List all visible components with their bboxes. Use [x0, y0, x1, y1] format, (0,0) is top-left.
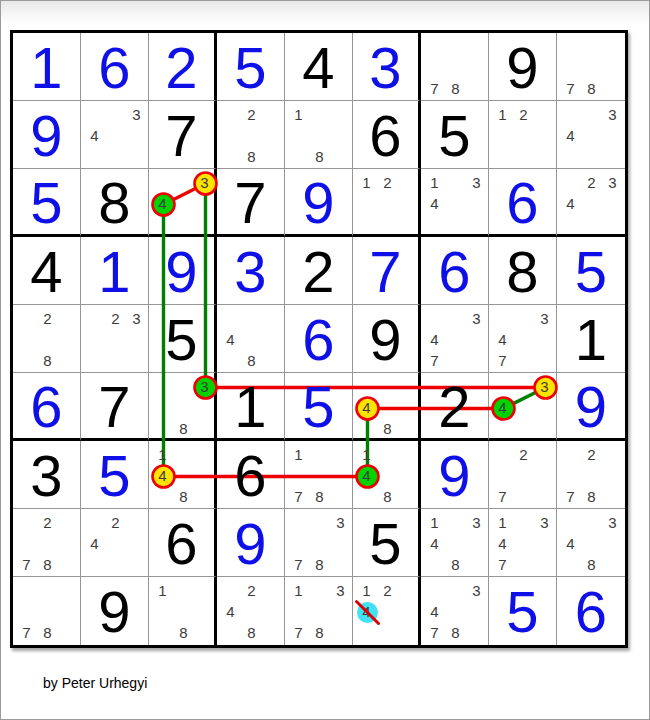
candidates: 18 — [149, 577, 214, 645]
candidate-digit: 4 — [220, 601, 241, 622]
cell-r9c2[interactable]: 9 — [81, 577, 149, 645]
cell-r3c9[interactable]: 234 — [557, 169, 625, 237]
top-gradient-band — [1, 1, 649, 25]
sudoku-diagram-page: 1625437897893472818651234583479121346234… — [0, 0, 650, 720]
candidate-digit: 3 — [126, 104, 147, 125]
cell-r4c9[interactable]: 5 — [557, 237, 625, 305]
big-digit: 2 — [302, 243, 334, 301]
cell-r9c1[interactable]: 78 — [13, 577, 81, 645]
candidate-digit: 4 — [152, 465, 173, 486]
big-digit: 1 — [98, 243, 130, 301]
candidate-digit: 1 — [356, 580, 377, 601]
cell-r4c5[interactable]: 2 — [285, 237, 353, 305]
cell-r1c2[interactable]: 6 — [81, 33, 149, 101]
candidate-digit: 4 — [560, 125, 581, 146]
big-digit: 9 — [234, 515, 266, 573]
big-digit: 8 — [506, 243, 538, 301]
candidate-digit: 1 — [356, 172, 377, 193]
candidate-digit: 8 — [581, 554, 602, 575]
candidate-digit: 4 — [152, 193, 173, 214]
big-digit: 7 — [369, 243, 401, 301]
big-digit: 9 — [165, 243, 197, 301]
candidate-digit: 4 — [84, 533, 105, 554]
candidates: 28 — [217, 101, 284, 168]
candidates: 347 — [489, 305, 556, 372]
candidate-digit: 4 — [356, 465, 377, 486]
candidate-digit: 4 — [560, 533, 581, 554]
cell-r9c8[interactable]: 5 — [489, 577, 557, 645]
candidate-digit: 4 — [356, 397, 377, 418]
candidates: 348 — [557, 509, 625, 576]
cell-r4c7[interactable]: 6 — [421, 237, 489, 305]
candidate-digit: 3 — [194, 172, 215, 193]
cell-r5c2[interactable]: 23 — [81, 305, 149, 373]
candidates: 1378 — [285, 577, 352, 645]
cell-r7c6[interactable]: 148 — [353, 441, 421, 509]
big-digit: 5 — [30, 174, 62, 232]
candidates: 48 — [217, 305, 284, 372]
cell-r6c5[interactable]: 5 — [285, 373, 353, 441]
candidate-digit: 4 — [84, 125, 105, 146]
cell-r6c8[interactable]: 34 — [489, 373, 557, 441]
candidate-digit: 3 — [466, 308, 487, 329]
cell-r1c8[interactable]: 9 — [489, 33, 557, 101]
candidates: 148 — [149, 441, 214, 508]
candidate-digit: 8 — [241, 622, 262, 643]
cell-r1c3[interactable]: 2 — [149, 33, 217, 101]
candidate-digit: 7 — [492, 554, 513, 575]
candidate-digit: 2 — [581, 444, 602, 465]
cell-r3c6[interactable]: 12 — [353, 169, 421, 237]
cell-r9c4[interactable]: 248 — [217, 577, 285, 645]
cell-r4c1[interactable]: 4 — [13, 237, 81, 305]
candidate-digit: 3 — [466, 172, 487, 193]
big-digit: 3 — [234, 243, 266, 301]
candidate-digit: 4 — [492, 329, 513, 350]
candidate-digit: 8 — [309, 622, 330, 643]
candidate-digit: 4 — [424, 193, 445, 214]
candidate-digit: 3 — [126, 308, 147, 329]
candidate-digit: 8 — [581, 78, 602, 99]
big-digit: 5 — [165, 311, 197, 369]
big-digit: 1 — [575, 311, 607, 369]
cell-r8c8[interactable]: 1347 — [489, 509, 557, 577]
cell-r3c1[interactable]: 5 — [13, 169, 81, 237]
candidates: 18 — [285, 101, 352, 168]
cell-r6c3[interactable]: 38 — [149, 373, 217, 441]
candidate-digit: 4 — [492, 397, 513, 418]
big-digit: 1 — [234, 378, 266, 436]
candidate-digit: 8 — [241, 146, 262, 167]
candidate-digit: 8 — [173, 486, 194, 507]
cell-r1c5[interactable]: 4 — [285, 33, 353, 101]
candidate-digit: 2 — [513, 104, 534, 125]
candidate-digit: 8 — [241, 350, 262, 371]
cell-r1c1[interactable]: 1 — [13, 33, 81, 101]
cell-r7c2[interactable]: 5 — [81, 441, 149, 509]
cell-r8c6[interactable]: 5 — [353, 509, 421, 577]
big-digit: 9 — [98, 583, 130, 641]
big-digit: 6 — [98, 39, 130, 97]
cell-r2c8[interactable]: 12 — [489, 101, 557, 169]
candidate-digit: 8 — [173, 418, 194, 439]
cell-r6c4[interactable]: 1 — [217, 373, 285, 441]
cell-r3c5[interactable]: 9 — [285, 169, 353, 237]
big-digit: 7 — [234, 174, 266, 232]
candidate-digit: 7 — [424, 350, 445, 371]
candidates: 34 — [149, 169, 214, 234]
big-digit: 2 — [438, 378, 470, 436]
candidate-digit: 2 — [241, 104, 262, 125]
big-digit: 6 — [506, 174, 538, 232]
candidates: 78 — [557, 33, 625, 100]
cell-r4c4[interactable]: 3 — [217, 237, 285, 305]
sudoku-board: 1625437897893472818651234583479121346234… — [10, 30, 628, 648]
candidate-digit: 4 — [356, 601, 377, 622]
cell-r6c2[interactable]: 7 — [81, 373, 149, 441]
candidate-digit: 4 — [424, 533, 445, 554]
candidate-digit: 2 — [37, 308, 58, 329]
candidates: 3478 — [421, 577, 488, 645]
cell-r8c5[interactable]: 378 — [285, 509, 353, 577]
big-digit: 9 — [438, 447, 470, 505]
candidate-digit: 1 — [152, 580, 173, 601]
candidate-digit: 1 — [492, 512, 513, 533]
candidate-digit: 3 — [534, 308, 555, 329]
big-digit: 5 — [302, 378, 334, 436]
candidates: 278 — [13, 509, 80, 576]
candidate-digit: 4 — [492, 533, 513, 554]
candidate-digit: 2 — [105, 308, 126, 329]
cell-r8c9[interactable]: 348 — [557, 509, 625, 577]
candidates: 34 — [557, 101, 625, 168]
candidates: 1348 — [421, 509, 488, 576]
cell-r2c3[interactable]: 7 — [149, 101, 217, 169]
candidate-digit: 1 — [288, 104, 309, 125]
candidate-digit: 4 — [560, 193, 581, 214]
cell-r2c4[interactable]: 28 — [217, 101, 285, 169]
cell-r8c7[interactable]: 1348 — [421, 509, 489, 577]
candidate-digit: 3 — [602, 172, 623, 193]
candidate-digit: 3 — [466, 580, 487, 601]
candidate-digit: 1 — [288, 580, 309, 601]
candidate-digit: 3 — [602, 512, 623, 533]
cell-r5c5[interactable]: 6 — [285, 305, 353, 373]
candidates: 23 — [81, 305, 148, 372]
big-digit: 6 — [438, 243, 470, 301]
candidate-digit: 3 — [534, 376, 555, 397]
candidate-digit: 7 — [492, 486, 513, 507]
big-digit: 9 — [575, 378, 607, 436]
cell-r3c8[interactable]: 6 — [489, 169, 557, 237]
cell-r1c6[interactable]: 3 — [353, 33, 421, 101]
cell-r2c1[interactable]: 9 — [13, 101, 81, 169]
big-digit: 6 — [369, 107, 401, 165]
candidates: 27 — [489, 441, 556, 508]
cell-r6c6[interactable]: 48 — [353, 373, 421, 441]
big-digit: 9 — [506, 39, 538, 97]
candidate-digit: 7 — [492, 350, 513, 371]
cell-r8c3[interactable]: 6 — [149, 509, 217, 577]
candidates: 347 — [421, 305, 488, 372]
candidate-digit: 3 — [534, 512, 555, 533]
cell-r6c1[interactable]: 6 — [13, 373, 81, 441]
candidates: 12 — [353, 169, 418, 234]
candidate-digit: 7 — [560, 78, 581, 99]
big-digit: 9 — [30, 107, 62, 165]
candidates: 12 — [489, 101, 556, 168]
big-digit: 9 — [369, 311, 401, 369]
cell-r8c1[interactable]: 278 — [13, 509, 81, 577]
candidate-digit: 8 — [37, 350, 58, 371]
candidate-digit: 3 — [602, 104, 623, 125]
candidates: 124 — [353, 577, 418, 645]
candidate-digit: 2 — [105, 512, 126, 533]
candidate-digit: 8 — [37, 554, 58, 575]
candidate-digit: 1 — [288, 444, 309, 465]
candidate-digit: 8 — [445, 622, 466, 643]
big-digit: 5 — [506, 583, 538, 641]
big-digit: 6 — [30, 378, 62, 436]
cell-r9c5[interactable]: 1378 — [285, 577, 353, 645]
cell-r7c1[interactable]: 3 — [13, 441, 81, 509]
candidates: 1347 — [489, 509, 556, 576]
cell-r3c3[interactable]: 34 — [149, 169, 217, 237]
cell-r5c9[interactable]: 1 — [557, 305, 625, 373]
candidate-digit: 1 — [356, 444, 377, 465]
cell-r7c5[interactable]: 178 — [285, 441, 353, 509]
cell-r7c9[interactable]: 278 — [557, 441, 625, 509]
cell-r1c7[interactable]: 78 — [421, 33, 489, 101]
big-digit: 5 — [98, 447, 130, 505]
candidate-digit: 7 — [424, 622, 445, 643]
candidate-digit: 8 — [37, 622, 58, 643]
cell-r7c4[interactable]: 6 — [217, 441, 285, 509]
cell-r3c4[interactable]: 7 — [217, 169, 285, 237]
candidates: 378 — [285, 509, 352, 576]
candidates: 248 — [217, 577, 284, 645]
big-digit: 1 — [30, 39, 62, 97]
cell-r9c9[interactable]: 6 — [557, 577, 625, 645]
candidate-digit: 2 — [513, 444, 534, 465]
cell-r5c7[interactable]: 347 — [421, 305, 489, 373]
candidate-digit: 8 — [581, 486, 602, 507]
cell-r7c3[interactable]: 148 — [149, 441, 217, 509]
big-digit: 3 — [369, 39, 401, 97]
cell-r2c7[interactable]: 5 — [421, 101, 489, 169]
big-digit: 5 — [369, 515, 401, 573]
cell-r5c3[interactable]: 5 — [149, 305, 217, 373]
candidate-digit: 2 — [377, 172, 398, 193]
cell-r9c6[interactable]: 124 — [353, 577, 421, 645]
cell-r5c8[interactable]: 347 — [489, 305, 557, 373]
big-digit: 6 — [165, 515, 197, 573]
candidate-digit: 2 — [377, 580, 398, 601]
candidate-digit: 3 — [466, 512, 487, 533]
cell-r6c9[interactable]: 9 — [557, 373, 625, 441]
candidate-digit: 7 — [288, 554, 309, 575]
candidate-digit: 7 — [560, 486, 581, 507]
candidate-digit: 8 — [309, 486, 330, 507]
cell-r8c4[interactable]: 9 — [217, 509, 285, 577]
candidate-digit: 1 — [424, 172, 445, 193]
candidate-digit: 3 — [330, 580, 351, 601]
candidate-digit: 7 — [288, 486, 309, 507]
candidates: 148 — [353, 441, 418, 508]
candidates: 38 — [149, 373, 214, 438]
candidate-digit: 8 — [173, 622, 194, 643]
candidate-digit: 4 — [424, 329, 445, 350]
cell-r2c9[interactable]: 34 — [557, 101, 625, 169]
cell-r5c1[interactable]: 28 — [13, 305, 81, 373]
candidate-digit: 7 — [16, 622, 37, 643]
cell-r3c2[interactable]: 8 — [81, 169, 149, 237]
cell-r9c7[interactable]: 3478 — [421, 577, 489, 645]
cell-r3c7[interactable]: 134 — [421, 169, 489, 237]
candidates: 34 — [81, 101, 148, 168]
cell-r2c6[interactable]: 6 — [353, 101, 421, 169]
candidates: 278 — [557, 441, 625, 508]
cell-r1c4[interactable]: 5 — [217, 33, 285, 101]
cell-r7c7[interactable]: 9 — [421, 441, 489, 509]
candidate-digit: 7 — [424, 78, 445, 99]
big-digit: 6 — [234, 447, 266, 505]
big-digit: 7 — [98, 378, 130, 436]
candidate-digit: 3 — [330, 512, 351, 533]
big-digit: 7 — [165, 107, 197, 165]
candidate-digit: 1 — [492, 104, 513, 125]
cell-r7c8[interactable]: 27 — [489, 441, 557, 509]
cell-r6c7[interactable]: 2 — [421, 373, 489, 441]
big-digit: 5 — [438, 107, 470, 165]
cell-r5c6[interactable]: 9 — [353, 305, 421, 373]
candidate-digit: 8 — [309, 554, 330, 575]
cell-r8c2[interactable]: 24 — [81, 509, 149, 577]
big-digit: 2 — [165, 39, 197, 97]
big-digit: 5 — [234, 39, 266, 97]
candidates: 78 — [421, 33, 488, 100]
big-digit: 6 — [575, 583, 607, 641]
cell-r4c8[interactable]: 8 — [489, 237, 557, 305]
candidates: 48 — [353, 373, 418, 438]
credit-text: by Peter Urhegyi — [43, 675, 147, 691]
candidates: 78 — [13, 577, 80, 645]
candidates: 178 — [285, 441, 352, 508]
big-digit: 9 — [302, 174, 334, 232]
candidate-digit: 2 — [241, 580, 262, 601]
cell-r4c3[interactable]: 9 — [149, 237, 217, 305]
candidate-digit: 1 — [152, 444, 173, 465]
candidates: 28 — [13, 305, 80, 372]
cell-r4c2[interactable]: 1 — [81, 237, 149, 305]
big-digit: 8 — [98, 174, 130, 232]
big-digit: 4 — [302, 39, 334, 97]
candidates: 34 — [489, 373, 556, 438]
candidate-digit: 2 — [37, 512, 58, 533]
candidate-digit: 1 — [424, 512, 445, 533]
candidate-digit: 7 — [288, 622, 309, 643]
cell-r2c5[interactable]: 18 — [285, 101, 353, 169]
candidates: 134 — [421, 169, 488, 234]
big-digit: 3 — [30, 447, 62, 505]
candidates: 24 — [81, 509, 148, 576]
candidate-digit: 7 — [16, 554, 37, 575]
cell-r5c4[interactable]: 48 — [217, 305, 285, 373]
candidate-digit: 8 — [309, 146, 330, 167]
candidate-digit: 2 — [581, 172, 602, 193]
big-digit: 5 — [575, 243, 607, 301]
candidate-digit: 4 — [424, 601, 445, 622]
big-digit: 4 — [30, 243, 62, 301]
cell-r4c6[interactable]: 7 — [353, 237, 421, 305]
candidate-digit: 3 — [194, 376, 215, 397]
candidate-digit: 8 — [377, 486, 398, 507]
big-digit: 6 — [302, 311, 334, 369]
candidate-digit: 4 — [220, 329, 241, 350]
cell-r1c9[interactable]: 78 — [557, 33, 625, 101]
candidates: 234 — [557, 169, 625, 234]
candidate-digit: 8 — [377, 418, 398, 439]
candidate-digit: 8 — [445, 554, 466, 575]
cell-r2c2[interactable]: 34 — [81, 101, 149, 169]
candidate-digit: 8 — [445, 78, 466, 99]
cell-r9c3[interactable]: 18 — [149, 577, 217, 645]
